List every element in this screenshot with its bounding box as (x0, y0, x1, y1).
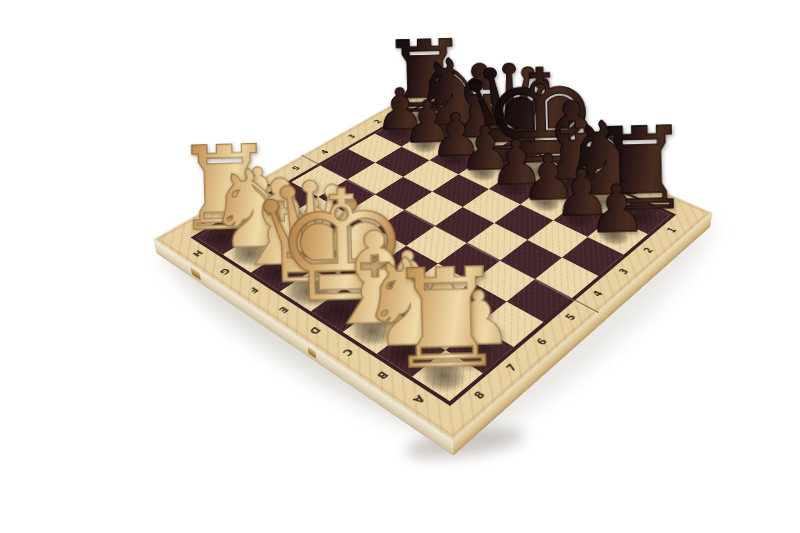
file-label-near: A (403, 387, 434, 410)
rank-label-right: 4 (585, 285, 611, 304)
rank-label-right: 2 (637, 242, 661, 259)
piece-black-pawn: ♟ (545, 175, 689, 244)
brass-hinge-icon (307, 347, 316, 359)
photo-stage: ♜♞♝♛♚♝♞♜♟♟♟♟♟♟♟♟♟♟♟♟♟♟♟♟♜♞♝♛♚♝♞♜ 1122334… (0, 0, 800, 533)
rank-label-right: 5 (558, 308, 585, 328)
piece-white-rook: ♜ (361, 250, 531, 390)
square: ♜ (412, 350, 482, 401)
rank-label-right: 8 (465, 384, 495, 407)
chess-board: ♜♞♝♛♚♝♞♜♟♟♟♟♟♟♟♟♟♟♟♟♟♟♟♟♜♞♝♛♚♝♞♜ 1122334… (153, 87, 712, 441)
squares-grid: ♜♞♝♛♚♝♞♜♟♟♟♟♟♟♟♟♟♟♟♟♟♟♟♟♜♞♝♛♚♝♞♜ (196, 105, 670, 401)
rank-label-right: 3 (612, 263, 637, 281)
perspective-scene: ♜♞♝♛♚♝♞♜♟♟♟♟♟♟♟♟♟♟♟♟♟♟♟♟♜♞♝♛♚♝♞♜ 1122334… (0, 0, 800, 533)
brass-clasp-icon (191, 267, 201, 280)
